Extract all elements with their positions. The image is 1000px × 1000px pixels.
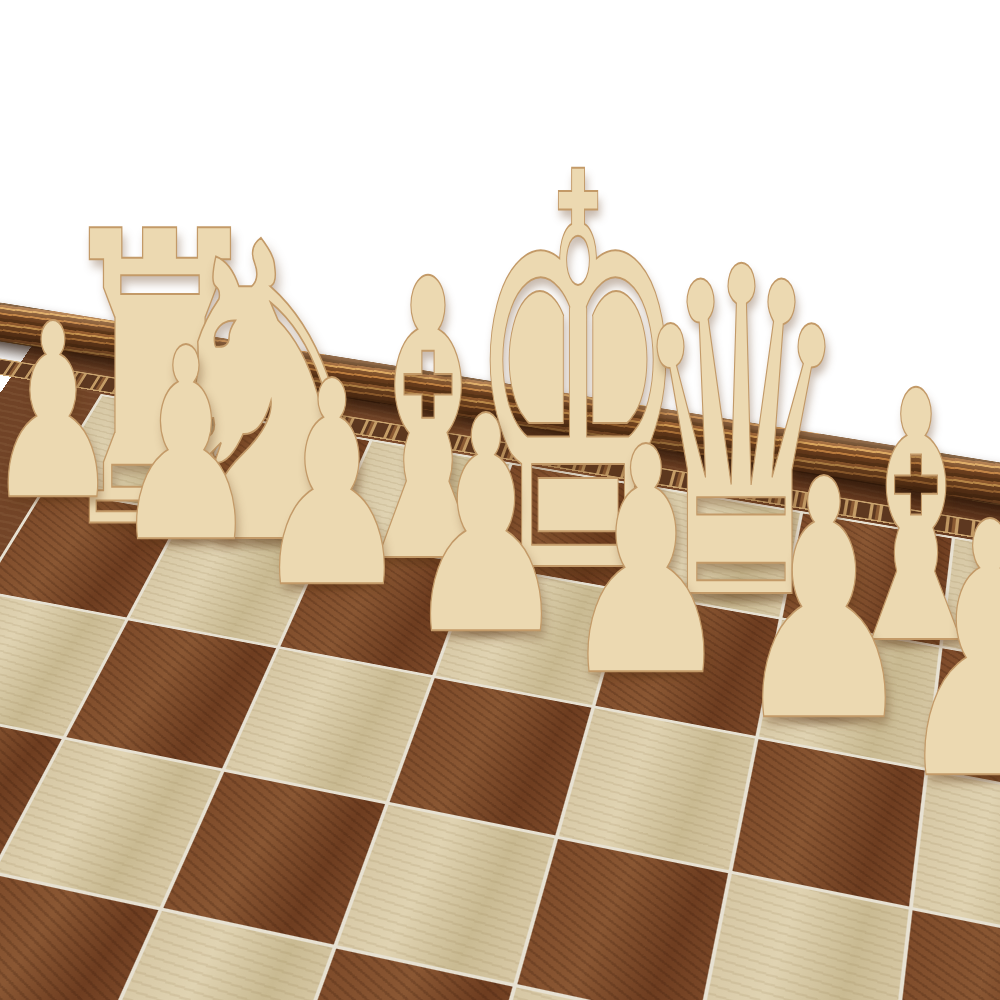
piece-white-pawn-e2: ♟ [403, 378, 569, 677]
piece-white-pawn-c2: ♟ [732, 437, 916, 767]
chessboard-product-photo: ♜♞♝♚♛♝♟♟♟♟♟♟♟ [0, 0, 1000, 1000]
piece-white-pawn-g2: ♟ [112, 314, 260, 580]
piece-white-pawn-h2: ♟ [0, 292, 120, 533]
pieces-layer: ♜♞♝♚♛♝♟♟♟♟♟♟♟ [0, 0, 1000, 1000]
piece-white-pawn-b2: ♟ [893, 478, 1000, 829]
piece-white-pawn-d2: ♟ [559, 407, 733, 719]
piece-white-pawn-f2: ♟ [254, 345, 411, 627]
